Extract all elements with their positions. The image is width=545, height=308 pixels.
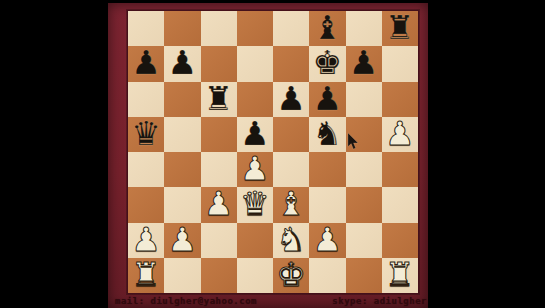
square-g3[interactable] bbox=[346, 187, 382, 222]
square-a4[interactable] bbox=[128, 152, 164, 187]
white-queen[interactable]: ♛ bbox=[240, 187, 270, 220]
square-b6[interactable] bbox=[164, 82, 200, 117]
square-e6[interactable]: ♟ bbox=[273, 82, 309, 117]
video-frame: ♝♜♟♟♚♟♜♟♟♛♟♞♟♟♟♛♝♟♟♞♟♜♚♜ mail: diulgher@… bbox=[0, 0, 545, 308]
square-h1[interactable]: ♜ bbox=[382, 258, 418, 293]
square-a6[interactable] bbox=[128, 82, 164, 117]
square-h5[interactable]: ♟ bbox=[382, 117, 418, 152]
black-rook[interactable]: ♜ bbox=[385, 11, 415, 44]
square-d6[interactable] bbox=[237, 82, 273, 117]
contact-skype-label: skype: adiulgher bbox=[332, 296, 427, 306]
white-pawn[interactable]: ♟ bbox=[385, 117, 415, 150]
square-c6[interactable]: ♜ bbox=[201, 82, 237, 117]
square-d3[interactable]: ♛ bbox=[237, 187, 273, 222]
square-a1[interactable]: ♜ bbox=[128, 258, 164, 293]
square-a8[interactable] bbox=[128, 11, 164, 46]
board-frame: ♝♜♟♟♚♟♜♟♟♛♟♞♟♟♟♛♝♟♟♞♟♜♚♜ mail: diulgher@… bbox=[108, 3, 428, 308]
square-a7[interactable]: ♟ bbox=[128, 46, 164, 81]
square-g7[interactable]: ♟ bbox=[346, 46, 382, 81]
square-f1[interactable] bbox=[309, 258, 345, 293]
square-g2[interactable] bbox=[346, 223, 382, 258]
white-bishop[interactable]: ♝ bbox=[276, 187, 306, 220]
square-c3[interactable]: ♟ bbox=[201, 187, 237, 222]
square-c4[interactable] bbox=[201, 152, 237, 187]
square-g6[interactable] bbox=[346, 82, 382, 117]
square-c8[interactable] bbox=[201, 11, 237, 46]
square-f6[interactable]: ♟ bbox=[309, 82, 345, 117]
square-e7[interactable] bbox=[273, 46, 309, 81]
square-d5[interactable]: ♟ bbox=[237, 117, 273, 152]
square-b7[interactable]: ♟ bbox=[164, 46, 200, 81]
black-pawn[interactable]: ♟ bbox=[313, 82, 343, 115]
black-knight[interactable]: ♞ bbox=[313, 117, 343, 150]
square-d7[interactable] bbox=[237, 46, 273, 81]
contact-mail-label: mail: diulgher@yahoo.com bbox=[115, 296, 257, 306]
square-b8[interactable] bbox=[164, 11, 200, 46]
square-e3[interactable]: ♝ bbox=[273, 187, 309, 222]
square-g1[interactable] bbox=[346, 258, 382, 293]
white-pawn[interactable]: ♟ bbox=[168, 223, 198, 256]
square-f7[interactable]: ♚ bbox=[309, 46, 345, 81]
white-knight[interactable]: ♞ bbox=[276, 223, 306, 256]
square-f4[interactable] bbox=[309, 152, 345, 187]
square-e5[interactable] bbox=[273, 117, 309, 152]
square-d8[interactable] bbox=[237, 11, 273, 46]
black-pawn[interactable]: ♟ bbox=[276, 82, 306, 115]
square-h2[interactable] bbox=[382, 223, 418, 258]
white-pawn[interactable]: ♟ bbox=[204, 187, 234, 220]
square-f5[interactable]: ♞ bbox=[309, 117, 345, 152]
square-b2[interactable]: ♟ bbox=[164, 223, 200, 258]
square-c5[interactable] bbox=[201, 117, 237, 152]
square-a2[interactable]: ♟ bbox=[128, 223, 164, 258]
white-king[interactable]: ♚ bbox=[276, 258, 306, 291]
square-f8[interactable]: ♝ bbox=[309, 11, 345, 46]
black-pawn[interactable]: ♟ bbox=[168, 46, 198, 79]
square-g5[interactable] bbox=[346, 117, 382, 152]
white-rook[interactable]: ♜ bbox=[131, 258, 161, 291]
white-pawn[interactable]: ♟ bbox=[313, 223, 343, 256]
white-pawn[interactable]: ♟ bbox=[131, 223, 161, 256]
square-d4[interactable]: ♟ bbox=[237, 152, 273, 187]
square-e4[interactable] bbox=[273, 152, 309, 187]
black-pawn[interactable]: ♟ bbox=[349, 46, 379, 79]
chess-board[interactable]: ♝♜♟♟♚♟♜♟♟♛♟♞♟♟♟♛♝♟♟♞♟♜♚♜ bbox=[127, 10, 419, 294]
square-g8[interactable] bbox=[346, 11, 382, 46]
square-c7[interactable] bbox=[201, 46, 237, 81]
square-h3[interactable] bbox=[382, 187, 418, 222]
square-c2[interactable] bbox=[201, 223, 237, 258]
square-e2[interactable]: ♞ bbox=[273, 223, 309, 258]
square-e8[interactable] bbox=[273, 11, 309, 46]
square-a3[interactable] bbox=[128, 187, 164, 222]
black-bishop[interactable]: ♝ bbox=[313, 11, 343, 44]
square-b5[interactable] bbox=[164, 117, 200, 152]
square-h6[interactable] bbox=[382, 82, 418, 117]
square-b3[interactable] bbox=[164, 187, 200, 222]
black-king[interactable]: ♚ bbox=[313, 46, 343, 79]
black-pawn[interactable]: ♟ bbox=[131, 46, 161, 79]
square-b4[interactable] bbox=[164, 152, 200, 187]
square-f2[interactable]: ♟ bbox=[309, 223, 345, 258]
square-d1[interactable] bbox=[237, 258, 273, 293]
square-a5[interactable]: ♛ bbox=[128, 117, 164, 152]
square-c1[interactable] bbox=[201, 258, 237, 293]
square-f3[interactable] bbox=[309, 187, 345, 222]
black-pawn[interactable]: ♟ bbox=[240, 117, 270, 150]
square-e1[interactable]: ♚ bbox=[273, 258, 309, 293]
square-b1[interactable] bbox=[164, 258, 200, 293]
square-g4[interactable] bbox=[346, 152, 382, 187]
white-rook[interactable]: ♜ bbox=[385, 258, 415, 291]
square-h7[interactable] bbox=[382, 46, 418, 81]
square-d2[interactable] bbox=[237, 223, 273, 258]
square-h4[interactable] bbox=[382, 152, 418, 187]
black-queen[interactable]: ♛ bbox=[131, 117, 161, 150]
white-pawn[interactable]: ♟ bbox=[240, 152, 270, 185]
square-h8[interactable]: ♜ bbox=[382, 11, 418, 46]
black-rook[interactable]: ♜ bbox=[204, 82, 234, 115]
